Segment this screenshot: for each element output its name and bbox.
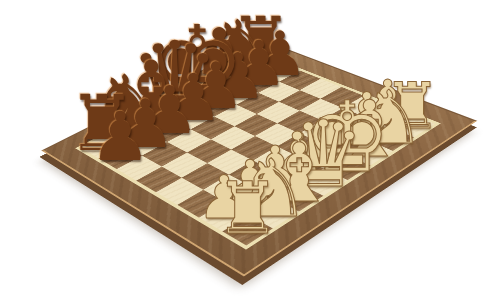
chess-board-grid xyxy=(75,53,440,249)
board-perspective-wrap xyxy=(82,0,427,297)
chess-set-photo: ♜♞♝♛♚♝♞♜♟♟♟♟♟♟♟♟♟♟♟♟♟♟♟♟♜♞♝♛♚♝♞♜ xyxy=(0,0,500,297)
chess-board-frame xyxy=(41,40,477,277)
